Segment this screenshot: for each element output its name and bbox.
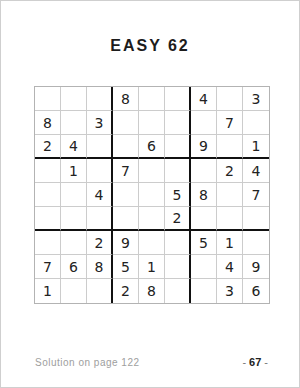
sudoku-cell-r7c4: 9 bbox=[113, 231, 139, 255]
sudoku-cell-r3c6[interactable] bbox=[165, 135, 191, 159]
page-number-dash-right: - bbox=[261, 356, 271, 368]
sudoku-cell-r2c8: 7 bbox=[217, 111, 243, 135]
sudoku-cell-r6c2[interactable] bbox=[61, 207, 87, 231]
sudoku-cell-r3c8[interactable] bbox=[217, 135, 243, 159]
sudoku-cell-r2c2[interactable] bbox=[61, 111, 87, 135]
sudoku-cell-r1c9: 3 bbox=[243, 87, 269, 111]
sudoku-cell-r3c7: 9 bbox=[191, 135, 217, 159]
sudoku-cell-r8c9: 9 bbox=[243, 255, 269, 279]
page-number-value: 67 bbox=[249, 356, 261, 368]
sudoku-cell-r4c9: 4 bbox=[243, 159, 269, 183]
sudoku-cell-r7c3: 2 bbox=[87, 231, 113, 255]
sudoku-cell-r6c8[interactable] bbox=[217, 207, 243, 231]
sudoku-cell-r4c7[interactable] bbox=[191, 159, 217, 183]
sudoku-cell-r6c5[interactable] bbox=[139, 207, 165, 231]
page-number-dash-left: - bbox=[239, 356, 249, 368]
sudoku-cell-r1c2[interactable] bbox=[61, 87, 87, 111]
sudoku-cell-r6c4[interactable] bbox=[113, 207, 139, 231]
sudoku-cell-r9c1: 1 bbox=[35, 279, 61, 303]
sudoku-cell-r2c3: 3 bbox=[87, 111, 113, 135]
sudoku-cell-r9c9: 6 bbox=[243, 279, 269, 303]
sudoku-cell-r4c1[interactable] bbox=[35, 159, 61, 183]
sudoku-cell-r6c7[interactable] bbox=[191, 207, 217, 231]
sudoku-cell-r1c8[interactable] bbox=[217, 87, 243, 111]
sudoku-cell-r9c8: 3 bbox=[217, 279, 243, 303]
sudoku-cell-r6c9[interactable] bbox=[243, 207, 269, 231]
sudoku-cell-r7c9[interactable] bbox=[243, 231, 269, 255]
sudoku-cell-r9c7[interactable] bbox=[191, 279, 217, 303]
sudoku-cell-r8c1: 7 bbox=[35, 255, 61, 279]
sudoku-cell-r1c3[interactable] bbox=[87, 87, 113, 111]
sudoku-cell-r9c2[interactable] bbox=[61, 279, 87, 303]
sudoku-cell-r4c4: 7 bbox=[113, 159, 139, 183]
sudoku-cell-r3c5: 6 bbox=[139, 135, 165, 159]
sudoku-cell-r5c1[interactable] bbox=[35, 183, 61, 207]
sudoku-cell-r3c4[interactable] bbox=[113, 135, 139, 159]
sudoku-cell-r2c4[interactable] bbox=[113, 111, 139, 135]
sudoku-cell-r4c8: 2 bbox=[217, 159, 243, 183]
sudoku-cell-r1c7: 4 bbox=[191, 87, 217, 111]
sudoku-cell-r9c4: 2 bbox=[113, 279, 139, 303]
sudoku-cell-r4c2: 1 bbox=[61, 159, 87, 183]
sudoku-grid: 843837246911724458722951768514912836 bbox=[34, 86, 270, 304]
sudoku-cell-r5c9: 7 bbox=[243, 183, 269, 207]
sudoku-cell-r3c2: 4 bbox=[61, 135, 87, 159]
sudoku-cell-r9c5: 8 bbox=[139, 279, 165, 303]
page-footer: Solution on page 122 -67- bbox=[35, 356, 271, 368]
sudoku-cell-r2c1: 8 bbox=[35, 111, 61, 135]
sudoku-cell-r1c5[interactable] bbox=[139, 87, 165, 111]
sudoku-cell-r4c3[interactable] bbox=[87, 159, 113, 183]
sudoku-cell-r8c7[interactable] bbox=[191, 255, 217, 279]
sudoku-cell-r2c5[interactable] bbox=[139, 111, 165, 135]
sudoku-cell-r9c6[interactable] bbox=[165, 279, 191, 303]
sudoku-cell-r7c8: 1 bbox=[217, 231, 243, 255]
sudoku-cell-r4c6[interactable] bbox=[165, 159, 191, 183]
sudoku-cell-r7c2[interactable] bbox=[61, 231, 87, 255]
sudoku-cell-r5c4[interactable] bbox=[113, 183, 139, 207]
sudoku-cell-r7c6[interactable] bbox=[165, 231, 191, 255]
page-title: EASY 62 bbox=[1, 37, 299, 55]
sudoku-cell-r3c3[interactable] bbox=[87, 135, 113, 159]
sudoku-cell-r5c8[interactable] bbox=[217, 183, 243, 207]
sudoku-cell-r8c8: 4 bbox=[217, 255, 243, 279]
page-number: -67- bbox=[239, 356, 271, 368]
sudoku-cell-r7c7: 5 bbox=[191, 231, 217, 255]
sudoku-cell-r1c1[interactable] bbox=[35, 87, 61, 111]
sudoku-cell-r8c3: 8 bbox=[87, 255, 113, 279]
solution-reference-text: Solution on page 122 bbox=[35, 357, 140, 368]
sudoku-cell-r7c5[interactable] bbox=[139, 231, 165, 255]
sudoku-cell-r6c3[interactable] bbox=[87, 207, 113, 231]
sudoku-cell-r2c9[interactable] bbox=[243, 111, 269, 135]
sudoku-cell-r5c7: 8 bbox=[191, 183, 217, 207]
sudoku-cell-r7c1[interactable] bbox=[35, 231, 61, 255]
sudoku-cell-r4c5[interactable] bbox=[139, 159, 165, 183]
sudoku-cell-r8c6[interactable] bbox=[165, 255, 191, 279]
sudoku-cell-r3c9: 1 bbox=[243, 135, 269, 159]
sudoku-cell-r8c5: 1 bbox=[139, 255, 165, 279]
sudoku-cell-r2c6[interactable] bbox=[165, 111, 191, 135]
sudoku-cell-r1c6[interactable] bbox=[165, 87, 191, 111]
sudoku-cell-r8c4: 5 bbox=[113, 255, 139, 279]
sudoku-cell-r5c5[interactable] bbox=[139, 183, 165, 207]
sudoku-cell-r6c1[interactable] bbox=[35, 207, 61, 231]
sudoku-cell-r5c6: 5 bbox=[165, 183, 191, 207]
sudoku-cell-r5c2[interactable] bbox=[61, 183, 87, 207]
sudoku-cell-r5c3: 4 bbox=[87, 183, 113, 207]
sudoku-cell-r6c6: 2 bbox=[165, 207, 191, 231]
sudoku-cell-r9c3[interactable] bbox=[87, 279, 113, 303]
sudoku-cell-r8c2: 6 bbox=[61, 255, 87, 279]
sudoku-cell-r3c1: 2 bbox=[35, 135, 61, 159]
sudoku-cell-r1c4: 8 bbox=[113, 87, 139, 111]
sudoku-cell-r2c7[interactable] bbox=[191, 111, 217, 135]
